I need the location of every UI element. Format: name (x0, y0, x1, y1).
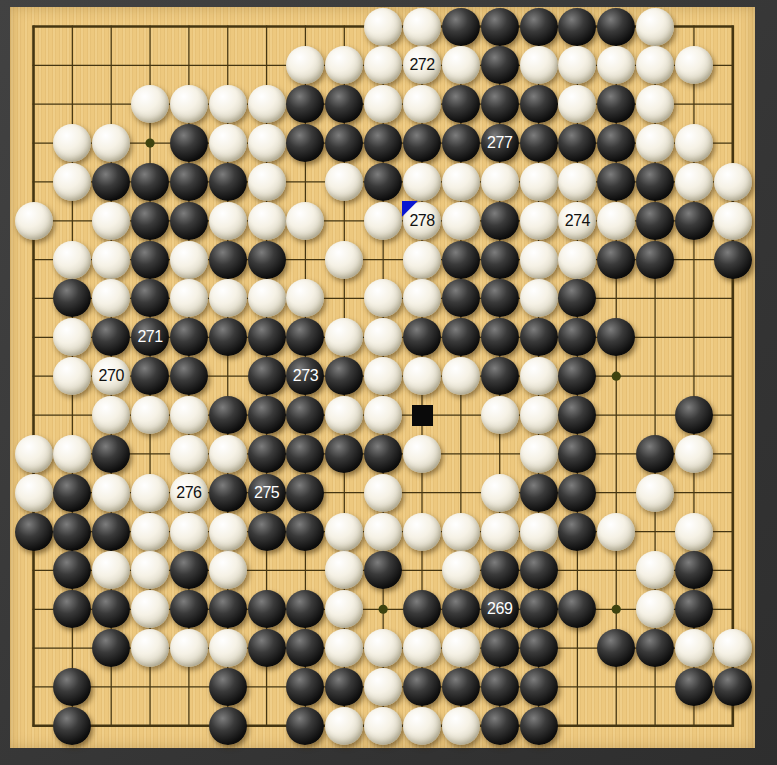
stone-black[interactable] (442, 318, 480, 356)
stone-white[interactable] (209, 124, 247, 162)
stone-black[interactable] (481, 202, 519, 240)
stone-white[interactable] (286, 202, 324, 240)
stone-black[interactable] (481, 46, 519, 84)
stone-white[interactable] (403, 629, 441, 667)
stone-black[interactable] (558, 474, 596, 512)
stone-white[interactable] (325, 707, 363, 745)
stone-white[interactable] (636, 8, 674, 46)
stone-white[interactable] (520, 396, 558, 434)
stone-white[interactable] (15, 202, 53, 240)
stone-white[interactable] (714, 629, 752, 667)
stone-white[interactable] (364, 8, 402, 46)
stone-black[interactable] (636, 629, 674, 667)
stone-white[interactable] (15, 435, 53, 473)
stone-black[interactable] (209, 241, 247, 279)
stone-white[interactable] (170, 396, 208, 434)
star-point (379, 605, 388, 614)
stone-white[interactable] (520, 202, 558, 240)
move-number-label: 273 (293, 368, 318, 384)
stone-white-276[interactable]: 276 (170, 474, 208, 512)
stone-black[interactable] (248, 435, 286, 473)
stone-white[interactable] (209, 629, 247, 667)
stone-white[interactable] (403, 163, 441, 201)
stone-white[interactable] (364, 629, 402, 667)
stone-black[interactable] (248, 513, 286, 551)
stone-white[interactable] (364, 513, 402, 551)
stone-black[interactable] (520, 707, 558, 745)
stone-white[interactable] (520, 163, 558, 201)
stone-white[interactable] (675, 435, 713, 473)
stone-black[interactable] (636, 241, 674, 279)
stone-black[interactable] (481, 629, 519, 667)
stone-black[interactable] (520, 8, 558, 46)
stone-white[interactable] (131, 474, 169, 512)
stone-white[interactable] (481, 474, 519, 512)
stone-white[interactable] (442, 707, 480, 745)
stone-black[interactable] (131, 163, 169, 201)
stone-white[interactable] (248, 163, 286, 201)
stone-white[interactable] (15, 474, 53, 512)
stone-white-274[interactable]: 274 (558, 202, 596, 240)
stone-black[interactable] (170, 124, 208, 162)
stone-black[interactable] (209, 707, 247, 745)
stone-black[interactable] (520, 318, 558, 356)
stone-white[interactable] (403, 435, 441, 473)
star-point (145, 138, 154, 147)
stone-black[interactable] (131, 241, 169, 279)
stone-black[interactable] (636, 163, 674, 201)
stone-black[interactable] (481, 707, 519, 745)
stone-white[interactable] (170, 85, 208, 123)
stone-white[interactable] (325, 513, 363, 551)
stone-black[interactable] (520, 668, 558, 706)
stone-white[interactable] (170, 435, 208, 473)
stone-white[interactable] (131, 85, 169, 123)
stone-black[interactable] (520, 474, 558, 512)
stone-black[interactable] (675, 668, 713, 706)
square-marker (412, 405, 433, 426)
stone-black[interactable] (675, 396, 713, 434)
move-number-label: 270 (99, 368, 124, 384)
stone-white[interactable] (364, 668, 402, 706)
stone-white[interactable] (170, 629, 208, 667)
stone-white[interactable] (131, 513, 169, 551)
stone-white[interactable] (675, 124, 713, 162)
stone-black[interactable] (442, 668, 480, 706)
stone-black[interactable] (170, 163, 208, 201)
stone-white[interactable] (442, 202, 480, 240)
stone-black[interactable] (558, 435, 596, 473)
stone-black[interactable] (364, 124, 402, 162)
stone-white[interactable] (442, 513, 480, 551)
stone-black[interactable] (481, 551, 519, 589)
stone-black[interactable] (481, 318, 519, 356)
stone-black[interactable] (481, 279, 519, 317)
stone-white[interactable] (481, 163, 519, 201)
stone-black[interactable] (286, 707, 324, 745)
stone-white[interactable] (131, 396, 169, 434)
stone-white[interactable] (442, 163, 480, 201)
stone-black[interactable] (442, 590, 480, 628)
stone-black[interactable] (248, 396, 286, 434)
stone-black[interactable] (520, 551, 558, 589)
star-point (612, 605, 621, 614)
stone-white[interactable] (248, 202, 286, 240)
stone-white[interactable] (209, 85, 247, 123)
stone-black[interactable] (481, 357, 519, 395)
stone-white[interactable] (364, 202, 402, 240)
stone-white[interactable] (53, 241, 91, 279)
move-number-label: 278 (409, 213, 434, 229)
stone-white[interactable] (325, 163, 363, 201)
stone-white[interactable] (209, 513, 247, 551)
stone-black[interactable] (92, 513, 130, 551)
stone-black[interactable] (597, 241, 635, 279)
stone-black[interactable] (209, 590, 247, 628)
stone-white[interactable] (403, 707, 441, 745)
stone-black[interactable] (636, 435, 674, 473)
stone-black-277[interactable]: 277 (481, 124, 519, 162)
stone-white-278[interactable]: 278 (403, 202, 441, 240)
stone-black[interactable] (248, 241, 286, 279)
stone-black[interactable] (636, 202, 674, 240)
stone-white[interactable] (442, 629, 480, 667)
move-number-label: 276 (176, 485, 201, 501)
stone-white[interactable] (520, 46, 558, 84)
stone-black[interactable] (248, 629, 286, 667)
stone-black[interactable] (481, 8, 519, 46)
stone-black[interactable] (131, 357, 169, 395)
stone-black[interactable] (364, 435, 402, 473)
stone-black[interactable] (170, 357, 208, 395)
stone-black[interactable] (558, 8, 596, 46)
stone-white[interactable] (597, 513, 635, 551)
stone-white[interactable] (442, 357, 480, 395)
screenshot-root: 272277278274271270273276275269 (0, 0, 777, 765)
move-number-label: 274 (565, 213, 590, 229)
stone-black[interactable] (92, 163, 130, 201)
stone-black[interactable] (325, 435, 363, 473)
stone-black[interactable] (170, 590, 208, 628)
stone-white[interactable] (92, 474, 130, 512)
stone-white[interactable] (597, 202, 635, 240)
stone-white[interactable] (520, 241, 558, 279)
stone-white[interactable] (248, 279, 286, 317)
stone-black[interactable] (286, 513, 324, 551)
stone-black[interactable] (481, 85, 519, 123)
stone-black[interactable] (403, 124, 441, 162)
stone-black[interactable] (209, 318, 247, 356)
stone-white[interactable] (481, 513, 519, 551)
stone-black[interactable] (170, 202, 208, 240)
stone-black[interactable] (53, 513, 91, 551)
stone-black-275[interactable]: 275 (248, 474, 286, 512)
stone-black[interactable] (15, 513, 53, 551)
stone-white[interactable] (675, 629, 713, 667)
stone-black[interactable] (520, 124, 558, 162)
stone-white[interactable] (92, 124, 130, 162)
move-number-label: 277 (487, 135, 512, 151)
stone-white[interactable] (520, 435, 558, 473)
stone-white[interactable] (442, 551, 480, 589)
stone-white[interactable] (403, 8, 441, 46)
stone-white[interactable] (364, 707, 402, 745)
stone-white[interactable] (636, 474, 674, 512)
stone-white[interactable] (170, 241, 208, 279)
stone-white[interactable] (209, 202, 247, 240)
stone-white[interactable] (364, 396, 402, 434)
stone-black[interactable] (53, 707, 91, 745)
stone-black[interactable] (209, 396, 247, 434)
stone-white[interactable] (53, 435, 91, 473)
stone-white[interactable] (403, 241, 441, 279)
stone-black[interactable] (53, 474, 91, 512)
stone-white[interactable] (520, 357, 558, 395)
stone-black[interactable] (714, 668, 752, 706)
stone-white[interactable] (209, 279, 247, 317)
stone-black[interactable] (597, 8, 635, 46)
stone-black[interactable] (597, 163, 635, 201)
stone-white[interactable] (403, 85, 441, 123)
stone-white[interactable] (675, 163, 713, 201)
stone-black[interactable] (403, 668, 441, 706)
stone-black[interactable] (325, 668, 363, 706)
stone-white[interactable] (131, 629, 169, 667)
stone-black[interactable] (714, 241, 752, 279)
stone-black[interactable] (675, 202, 713, 240)
stone-black[interactable] (248, 357, 286, 395)
stone-black[interactable] (209, 163, 247, 201)
stone-white[interactable] (92, 241, 130, 279)
stone-white[interactable] (403, 357, 441, 395)
stone-black[interactable] (248, 590, 286, 628)
move-number-label: 269 (487, 601, 512, 617)
move-number-label: 271 (137, 329, 162, 345)
star-point (612, 372, 621, 381)
stone-white[interactable] (442, 46, 480, 84)
move-number-label: 272 (409, 57, 434, 73)
stone-white[interactable] (248, 124, 286, 162)
stone-black[interactable] (286, 474, 324, 512)
stone-white[interactable] (714, 202, 752, 240)
stone-black[interactable] (520, 85, 558, 123)
stone-white[interactable] (675, 513, 713, 551)
stone-white[interactable] (481, 396, 519, 434)
stone-white[interactable] (364, 474, 402, 512)
stone-white[interactable] (92, 202, 130, 240)
stone-black[interactable] (209, 474, 247, 512)
stone-black[interactable] (481, 668, 519, 706)
stone-black[interactable] (442, 241, 480, 279)
stone-black[interactable] (170, 318, 208, 356)
stone-white[interactable] (248, 85, 286, 123)
stone-white[interactable] (209, 551, 247, 589)
stone-white[interactable] (636, 124, 674, 162)
stone-white[interactable] (714, 163, 752, 201)
stone-black[interactable] (248, 318, 286, 356)
stone-white[interactable] (403, 513, 441, 551)
stone-white[interactable] (325, 241, 363, 279)
move-number-label: 275 (254, 485, 279, 501)
stone-black[interactable] (403, 590, 441, 628)
stone-black-269[interactable]: 269 (481, 590, 519, 628)
stone-white[interactable] (520, 513, 558, 551)
stone-white[interactable] (520, 279, 558, 317)
stone-white[interactable] (92, 396, 130, 434)
stone-black[interactable] (209, 668, 247, 706)
stone-black[interactable] (558, 513, 596, 551)
stone-black[interactable] (481, 241, 519, 279)
stone-white[interactable] (170, 513, 208, 551)
stone-white[interactable] (53, 163, 91, 201)
stone-white[interactable] (209, 435, 247, 473)
goban[interactable]: 272277278274271270273276275269 (10, 7, 755, 748)
stone-black[interactable] (364, 163, 402, 201)
stone-black[interactable] (131, 202, 169, 240)
stone-black[interactable] (675, 590, 713, 628)
stone-black[interactable] (442, 124, 480, 162)
stone-black[interactable] (92, 435, 130, 473)
stone-white[interactable] (558, 241, 596, 279)
stone-black[interactable] (520, 590, 558, 628)
stone-black[interactable] (442, 85, 480, 123)
stone-black[interactable] (442, 8, 480, 46)
stone-black[interactable] (520, 629, 558, 667)
